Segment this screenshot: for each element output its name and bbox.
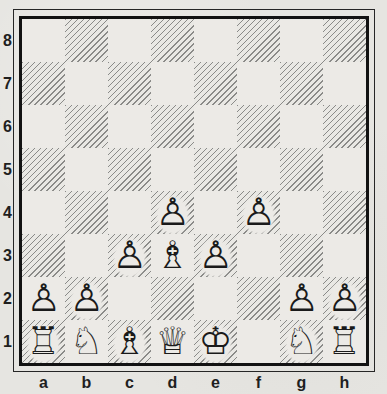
square-f5 [237,148,280,191]
square-b3 [65,234,108,277]
square-b2: ♙ [65,277,108,320]
square-g5 [280,148,323,191]
square-c1: ♗ [108,320,151,363]
square-b5 [65,148,108,191]
file-label-f: f [237,372,280,393]
white-knight-b1: ♘ [65,320,108,363]
square-d7 [151,62,194,105]
square-f3 [237,234,280,277]
square-c8 [108,19,151,62]
chess-diagram: 87654321 ♙♙♙♗♙♙♙♙♙♖♘♗♕♔♘♖ abcdefgh [0,0,387,394]
file-label-e: e [194,372,237,393]
square-h4 [323,191,366,234]
square-e6 [194,105,237,148]
square-f7 [237,62,280,105]
square-e8 [194,19,237,62]
square-f2 [237,277,280,320]
square-c5 [108,148,151,191]
square-d5 [151,148,194,191]
white-pawn-c3: ♙ [108,234,151,277]
file-label-b: b [65,372,108,393]
square-a5 [22,148,65,191]
white-pawn-a2: ♙ [22,277,65,320]
white-bishop-d3: ♗ [151,234,194,277]
square-g2: ♙ [280,277,323,320]
square-d8 [151,19,194,62]
white-bishop-c1: ♗ [108,320,151,363]
square-a3 [22,234,65,277]
square-b7 [65,62,108,105]
square-h2: ♙ [323,277,366,320]
white-queen-d1: ♕ [151,320,194,363]
square-g7 [280,62,323,105]
square-b6 [65,105,108,148]
square-h5 [323,148,366,191]
square-d1: ♕ [151,320,194,363]
white-rook-a1: ♖ [22,320,65,363]
square-d3: ♗ [151,234,194,277]
square-a6 [22,105,65,148]
board-inner-frame: ♙♙♙♗♙♙♙♙♙♖♘♗♕♔♘♖ [19,16,369,366]
square-b8 [65,19,108,62]
square-d4: ♙ [151,191,194,234]
square-h3 [323,234,366,277]
square-e4 [194,191,237,234]
square-a8 [22,19,65,62]
file-label-c: c [108,372,151,393]
white-king-e1: ♔ [194,320,237,363]
square-h6 [323,105,366,148]
square-a4 [22,191,65,234]
chess-board: ♙♙♙♗♙♙♙♙♙♖♘♗♕♔♘♖ [22,19,366,363]
white-pawn-e3: ♙ [194,234,237,277]
white-pawn-h2: ♙ [323,277,366,320]
square-a7 [22,62,65,105]
file-label-d: d [151,372,194,393]
square-c4 [108,191,151,234]
square-a1: ♖ [22,320,65,363]
square-a2: ♙ [22,277,65,320]
square-f1 [237,320,280,363]
square-g1: ♘ [280,320,323,363]
square-h1: ♖ [323,320,366,363]
white-pawn-d4: ♙ [151,191,194,234]
square-c6 [108,105,151,148]
file-label-a: a [22,372,65,393]
square-f4: ♙ [237,191,280,234]
square-g3 [280,234,323,277]
square-g4 [280,191,323,234]
board-outer-frame: ♙♙♙♗♙♙♙♙♙♖♘♗♕♔♘♖ [13,9,375,372]
square-h7 [323,62,366,105]
white-pawn-b2: ♙ [65,277,108,320]
file-label-h: h [323,372,366,393]
square-g6 [280,105,323,148]
square-f8 [237,19,280,62]
square-e5 [194,148,237,191]
square-e2 [194,277,237,320]
white-knight-g1: ♘ [280,320,323,363]
square-c3: ♙ [108,234,151,277]
square-d2 [151,277,194,320]
white-pawn-g2: ♙ [280,277,323,320]
square-e1: ♔ [194,320,237,363]
square-g8 [280,19,323,62]
file-label-g: g [280,372,323,393]
white-pawn-f4: ♙ [237,191,280,234]
square-e7 [194,62,237,105]
square-d6 [151,105,194,148]
white-rook-h1: ♖ [323,320,366,363]
square-f6 [237,105,280,148]
square-c2 [108,277,151,320]
square-c7 [108,62,151,105]
square-b4 [65,191,108,234]
square-h8 [323,19,366,62]
square-b1: ♘ [65,320,108,363]
square-e3: ♙ [194,234,237,277]
